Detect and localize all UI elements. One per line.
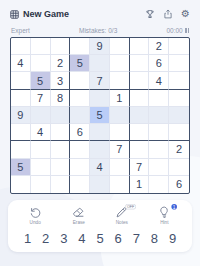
cell-r2c9[interactable] [169, 55, 189, 72]
cell-r9c5[interactable] [90, 176, 110, 193]
cell-r7c3[interactable] [51, 141, 71, 158]
cell-r7c4[interactable] [70, 141, 90, 158]
page-title: New Game [23, 9, 69, 19]
cell-r4c1[interactable] [11, 90, 31, 107]
cell-r7c1[interactable] [11, 141, 31, 158]
cell-r6c5[interactable] [90, 124, 110, 141]
cell-r3c6[interactable] [110, 72, 130, 89]
cell-r3c7[interactable] [130, 72, 150, 89]
pause-icon[interactable] [185, 28, 189, 33]
undo-label: Undo [30, 220, 41, 225]
cell-r9c3[interactable] [51, 176, 71, 193]
cell-r4c3[interactable]: 8 [51, 90, 71, 107]
cell-r6c7[interactable] [130, 124, 150, 141]
cell-r1c7[interactable] [130, 38, 150, 55]
lightbulb-icon [158, 206, 171, 219]
cell-r5c4[interactable] [70, 107, 90, 124]
cell-r1c6[interactable] [110, 38, 130, 55]
erase-button[interactable]: Erase [63, 206, 95, 226]
difficulty-label: Expert [11, 27, 30, 34]
cell-r2c5[interactable] [90, 55, 110, 72]
notes-button[interactable]: OFF Notes [106, 206, 138, 226]
cell-r7c8[interactable] [149, 141, 169, 158]
trophy-icon[interactable] [145, 9, 155, 19]
cell-r8c4[interactable] [70, 159, 90, 176]
mistakes-counter: Mistakes: 0/3 [79, 27, 117, 34]
cell-r2c8[interactable]: 6 [149, 55, 169, 72]
notes-label: Notes [115, 220, 127, 225]
cell-r3c5[interactable]: 7 [90, 72, 110, 89]
numpad-5[interactable]: 5 [94, 231, 107, 246]
cell-r9c4[interactable] [70, 176, 90, 193]
cell-r2c3[interactable]: 2 [51, 55, 71, 72]
numpad-4[interactable]: 4 [75, 231, 88, 246]
cell-r3c2[interactable]: 5 [31, 72, 51, 89]
cell-r2c7[interactable] [130, 55, 150, 72]
cell-r8c9[interactable] [169, 159, 189, 176]
cell-r8c1[interactable]: 5 [11, 159, 31, 176]
cell-r6c9[interactable] [169, 124, 189, 141]
status-bar: Expert Mistakes: 0/3 00:00 [0, 26, 200, 37]
cell-r4c8[interactable] [149, 90, 169, 107]
header: New Game ⚙ [0, 0, 200, 26]
cell-r8c2[interactable] [31, 159, 51, 176]
cell-r5c8[interactable] [149, 107, 169, 124]
cell-r2c1[interactable]: 4 [11, 55, 31, 72]
cell-r3c9[interactable] [169, 72, 189, 89]
cell-r2c2[interactable] [31, 55, 51, 72]
undo-icon [29, 206, 42, 219]
cell-r7c7[interactable] [130, 141, 150, 158]
cell-r9c6[interactable] [110, 176, 130, 193]
cell-r4c2[interactable]: 7 [31, 90, 51, 107]
hint-button[interactable]: 1 Hint [149, 206, 181, 226]
cell-r6c2[interactable]: 4 [31, 124, 51, 141]
cell-r8c7[interactable]: 7 [130, 159, 150, 176]
hint-count-badge: 1 [171, 204, 177, 210]
cell-r2c4[interactable]: 5 [70, 55, 90, 72]
cell-r7c9[interactable]: 2 [169, 141, 189, 158]
cell-r9c1[interactable] [11, 176, 31, 193]
cell-r4c7[interactable] [130, 90, 150, 107]
sudoku-board: 924256537478195467254716 [10, 37, 190, 194]
cell-r5c2[interactable] [31, 107, 51, 124]
numpad-3[interactable]: 3 [57, 231, 70, 246]
cell-r3c4[interactable] [70, 72, 90, 89]
cell-r4c4[interactable] [70, 90, 90, 107]
cell-r1c1[interactable] [11, 38, 31, 55]
cell-r5c6[interactable] [110, 107, 130, 124]
eraser-icon [72, 206, 85, 219]
cell-r3c1[interactable] [11, 72, 31, 89]
cell-r7c6[interactable]: 7 [110, 141, 130, 158]
cell-r5c5[interactable]: 5 [90, 107, 110, 124]
cell-r9c7[interactable]: 1 [130, 176, 150, 193]
number-pad: 123456789 [14, 226, 186, 246]
cell-r5c1[interactable]: 9 [11, 107, 31, 124]
numpad-7[interactable]: 7 [130, 231, 143, 246]
cell-r5c7[interactable] [130, 107, 150, 124]
hint-label: Hint [160, 220, 168, 225]
timer: 00:00 [166, 27, 182, 34]
notes-off-badge: OFF [125, 204, 136, 209]
cell-r1c3[interactable] [51, 38, 71, 55]
cell-r4c5[interactable] [90, 90, 110, 107]
numpad-1[interactable]: 1 [21, 231, 34, 246]
cell-r4c6[interactable]: 1 [110, 90, 130, 107]
numpad-9[interactable]: 9 [166, 231, 179, 246]
cell-r6c8[interactable] [149, 124, 169, 141]
cell-r2c6[interactable] [110, 55, 130, 72]
cell-r8c3[interactable] [51, 159, 71, 176]
cell-r1c5[interactable]: 9 [90, 38, 110, 55]
cell-r1c8[interactable]: 2 [149, 38, 169, 55]
share-icon[interactable] [163, 9, 173, 19]
undo-button[interactable]: Undo [20, 206, 52, 226]
numpad-2[interactable]: 2 [39, 231, 52, 246]
cell-r5c9[interactable] [169, 107, 189, 124]
erase-label: Erase [72, 220, 84, 225]
cell-r7c2[interactable] [31, 141, 51, 158]
cell-r6c1[interactable] [11, 124, 31, 141]
cell-r9c2[interactable] [31, 176, 51, 193]
cell-r1c2[interactable] [31, 38, 51, 55]
cell-r1c4[interactable] [70, 38, 90, 55]
cell-r5c3[interactable] [51, 107, 71, 124]
sudoku-grid-logo-icon[interactable] [10, 5, 19, 23]
cell-r9c8[interactable] [149, 176, 169, 193]
cell-r9c9[interactable]: 6 [169, 176, 189, 193]
cell-r8c8[interactable] [149, 159, 169, 176]
cell-r3c8[interactable]: 4 [149, 72, 169, 89]
cell-r8c5[interactable]: 4 [90, 159, 110, 176]
cell-r3c3[interactable]: 3 [51, 72, 71, 89]
cell-r7c5[interactable] [90, 141, 110, 158]
control-card: Undo Erase OFF N [8, 200, 192, 252]
cell-r8c6[interactable] [110, 159, 130, 176]
cell-r6c4[interactable]: 6 [70, 124, 90, 141]
cell-r1c9[interactable] [169, 38, 189, 55]
cell-r6c3[interactable] [51, 124, 71, 141]
numpad-6[interactable]: 6 [112, 231, 125, 246]
cell-r4c9[interactable] [169, 90, 189, 107]
cell-r6c6[interactable] [110, 124, 130, 141]
numpad-8[interactable]: 8 [148, 231, 161, 246]
settings-gear-icon[interactable]: ⚙ [181, 9, 190, 19]
